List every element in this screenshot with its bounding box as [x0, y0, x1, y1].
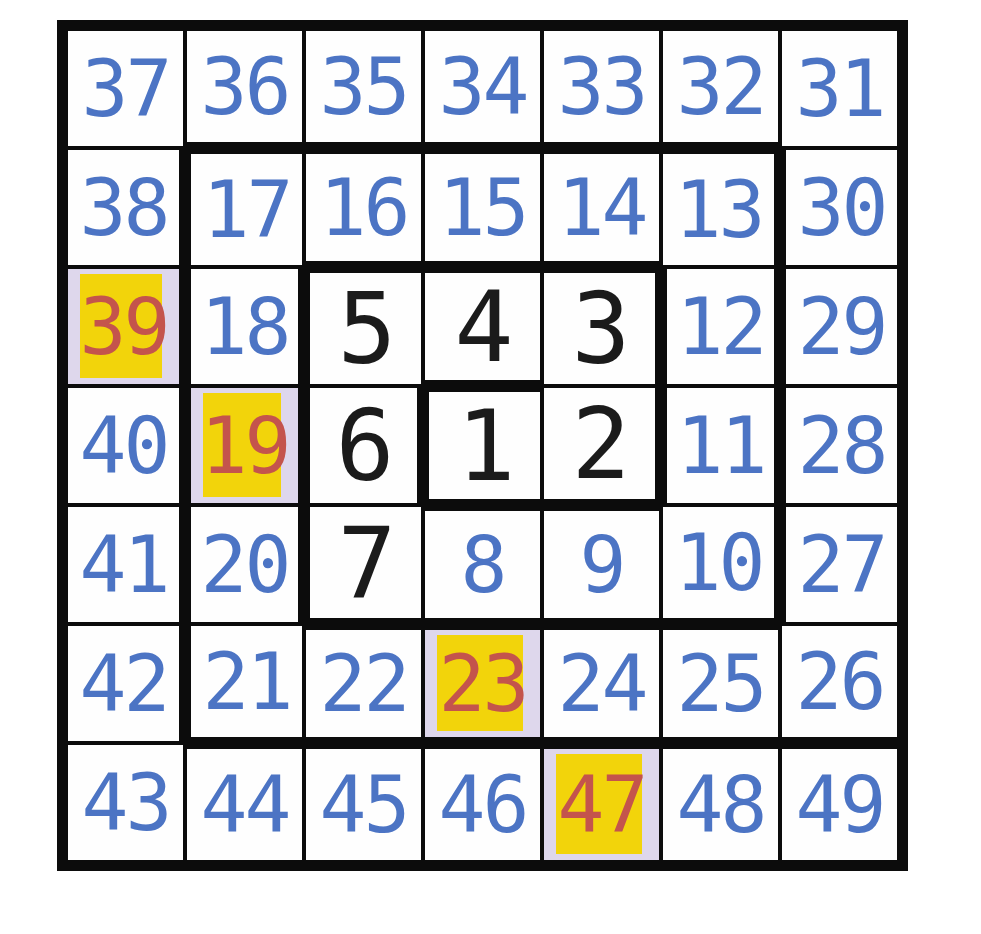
cell-number: 35 — [320, 48, 408, 126]
cell-34: 34 — [425, 31, 540, 146]
cell-number: 7 — [337, 514, 393, 612]
cell-19: 19 — [187, 388, 302, 503]
cell-number: 16 — [320, 169, 408, 247]
cell-20: 20 — [187, 507, 302, 622]
cell-49: 49 — [782, 745, 897, 860]
cell-number: 31 — [796, 50, 884, 128]
cell-number: 2 — [571, 395, 627, 493]
cell-15: 15 — [425, 150, 540, 265]
cell-number: 47 — [558, 766, 646, 844]
cell-24: 24 — [544, 626, 659, 741]
cell-5: 5 — [306, 269, 421, 384]
cell-6: 6 — [306, 388, 421, 503]
cell-number: 13 — [675, 171, 763, 249]
cell-17: 17 — [187, 150, 302, 265]
cell-number: 43 — [82, 764, 170, 842]
cell-23: 23 — [425, 626, 540, 741]
cell-number: 26 — [796, 643, 884, 721]
cell-2: 2 — [544, 388, 659, 503]
cell-40: 40 — [68, 388, 183, 503]
cell-38: 38 — [68, 150, 183, 265]
cell-number: 27 — [798, 526, 886, 604]
cell-number: 9 — [580, 526, 624, 604]
cell-32: 32 — [663, 31, 778, 146]
cell-11: 11 — [663, 388, 778, 503]
cell-number: 49 — [796, 766, 884, 844]
cell-number: 48 — [677, 766, 765, 844]
cell-number: 15 — [439, 169, 527, 247]
cell-number: 39 — [80, 288, 168, 366]
cell-number: 12 — [677, 288, 765, 366]
cell-27: 27 — [782, 507, 897, 622]
cell-46: 46 — [425, 745, 540, 860]
cell-12: 12 — [663, 269, 778, 384]
cell-1: 1 — [425, 388, 540, 503]
cell-number: 8 — [461, 526, 505, 604]
cell-18: 18 — [187, 269, 302, 384]
cell-31: 31 — [782, 31, 897, 146]
cell-number: 46 — [439, 766, 527, 844]
cell-number: 24 — [558, 645, 646, 723]
cell-number: 4 — [454, 278, 510, 376]
cell-number: 40 — [80, 407, 168, 485]
cell-number: 22 — [320, 645, 408, 723]
cell-7: 7 — [306, 507, 421, 622]
cell-43: 43 — [68, 745, 183, 860]
spiral-board: 3736353433323138171615141330391854312294… — [57, 20, 908, 871]
page-background: 3736353433323138171615141330391854312294… — [0, 0, 981, 934]
cell-number: 10 — [675, 524, 763, 602]
cell-37: 37 — [68, 31, 183, 146]
cell-number: 37 — [82, 50, 170, 128]
cell-28: 28 — [782, 388, 897, 503]
cell-47: 47 — [544, 745, 659, 860]
cell-number: 42 — [80, 645, 168, 723]
cell-8: 8 — [425, 507, 540, 622]
cell-number: 38 — [80, 169, 168, 247]
cell-number: 34 — [439, 48, 527, 126]
cell-number: 17 — [203, 171, 291, 249]
cell-35: 35 — [306, 31, 421, 146]
cell-number: 28 — [798, 407, 886, 485]
cell-10: 10 — [663, 507, 778, 622]
cell-number: 3 — [571, 280, 627, 378]
cell-13: 13 — [663, 150, 778, 265]
cell-number: 33 — [558, 48, 646, 126]
cell-number: 30 — [798, 169, 886, 247]
cell-9: 9 — [544, 507, 659, 622]
cell-36: 36 — [187, 31, 302, 146]
cell-number: 32 — [677, 48, 765, 126]
cell-42: 42 — [68, 626, 183, 741]
cell-number: 19 — [201, 407, 289, 485]
cell-number: 41 — [80, 526, 168, 604]
cell-number: 36 — [201, 48, 289, 126]
cell-number: 20 — [201, 526, 289, 604]
cell-22: 22 — [306, 626, 421, 741]
cell-number: 1 — [456, 397, 512, 495]
cell-number: 44 — [201, 766, 289, 844]
cell-33: 33 — [544, 31, 659, 146]
cell-number: 6 — [335, 397, 391, 495]
cell-26: 26 — [782, 626, 897, 741]
cell-number: 18 — [201, 288, 289, 366]
cell-16: 16 — [306, 150, 421, 265]
cell-44: 44 — [187, 745, 302, 860]
cell-3: 3 — [544, 269, 659, 384]
cell-29: 29 — [782, 269, 897, 384]
cell-39: 39 — [68, 269, 183, 384]
cell-number: 29 — [798, 288, 886, 366]
cell-4: 4 — [425, 269, 540, 384]
cell-number: 25 — [677, 645, 765, 723]
cell-number: 45 — [320, 766, 408, 844]
cell-number: 23 — [439, 645, 527, 723]
cell-30: 30 — [782, 150, 897, 265]
cell-14: 14 — [544, 150, 659, 265]
cell-number: 21 — [203, 643, 291, 721]
cell-45: 45 — [306, 745, 421, 860]
cell-number: 5 — [337, 280, 393, 378]
cell-41: 41 — [68, 507, 183, 622]
cell-21: 21 — [187, 626, 302, 741]
cell-number: 11 — [677, 407, 765, 485]
cell-25: 25 — [663, 626, 778, 741]
cell-number: 14 — [558, 169, 646, 247]
cell-48: 48 — [663, 745, 778, 860]
